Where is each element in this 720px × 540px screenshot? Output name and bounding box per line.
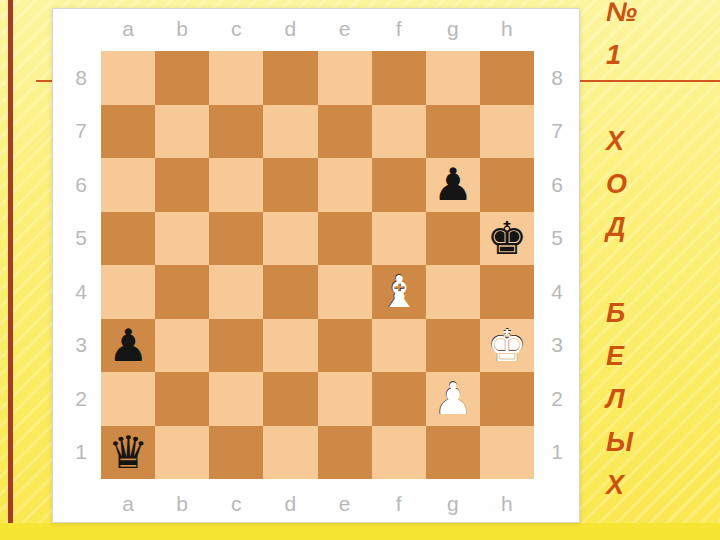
square-a4 bbox=[101, 265, 155, 319]
square-h3: ♚♔ bbox=[480, 319, 534, 373]
piece-white-bishop-f4: ♝♗ bbox=[379, 269, 419, 314]
square-f6 bbox=[372, 158, 426, 212]
square-a8 bbox=[101, 51, 155, 105]
file-label-bottom-d: d bbox=[285, 492, 297, 516]
caption-char-1: 1 bbox=[606, 34, 660, 77]
rank-label-right-5: 5 bbox=[551, 226, 563, 250]
square-g4 bbox=[426, 265, 480, 319]
square-f8 bbox=[372, 51, 426, 105]
caption-char-О: О bbox=[606, 163, 660, 206]
square-e2 bbox=[318, 372, 372, 426]
caption-gap bbox=[606, 249, 660, 292]
square-b2 bbox=[155, 372, 209, 426]
square-e6 bbox=[318, 158, 372, 212]
file-label-bottom-e: e bbox=[339, 492, 351, 516]
square-f5 bbox=[372, 212, 426, 266]
piece-fill: ♟ bbox=[433, 377, 472, 421]
square-d8 bbox=[263, 51, 317, 105]
rank-label-right-8: 8 bbox=[551, 66, 563, 90]
square-a1: ♛ bbox=[101, 426, 155, 480]
piece-black-queen-a1: ♛ bbox=[108, 430, 148, 475]
square-d2 bbox=[263, 372, 317, 426]
square-h7 bbox=[480, 105, 534, 159]
file-label-top-g: g bbox=[447, 17, 459, 41]
caption-char-Е: Е bbox=[606, 335, 660, 378]
square-a7 bbox=[101, 105, 155, 159]
caption-char-Ы: Ы bbox=[606, 421, 660, 464]
caption-char-Х: Х bbox=[606, 464, 660, 507]
file-label-top-h: h bbox=[501, 17, 513, 41]
caption-char-Х: Х bbox=[606, 120, 660, 163]
file-label-bottom-g: g bbox=[447, 492, 459, 516]
square-b1 bbox=[155, 426, 209, 480]
square-e7 bbox=[318, 105, 372, 159]
square-f2 bbox=[372, 372, 426, 426]
square-f7 bbox=[372, 105, 426, 159]
board-squares: ♟♚♝♗♟♚♔♟♙♛ bbox=[101, 51, 534, 479]
square-c1 bbox=[209, 426, 263, 480]
square-d6 bbox=[263, 158, 317, 212]
file-label-bottom-h: h bbox=[501, 492, 513, 516]
square-e5 bbox=[318, 212, 372, 266]
bottom-accent-band bbox=[0, 523, 720, 540]
square-g2: ♟♙ bbox=[426, 372, 480, 426]
square-c2 bbox=[209, 372, 263, 426]
rank-label-right-4: 4 bbox=[551, 280, 563, 304]
square-f3 bbox=[372, 319, 426, 373]
square-g1 bbox=[426, 426, 480, 480]
file-label-top-e: e bbox=[339, 17, 351, 41]
square-b8 bbox=[155, 51, 209, 105]
rank-label-right-3: 3 bbox=[551, 333, 563, 357]
piece-black-pawn-g6: ♟ bbox=[433, 162, 473, 207]
file-label-top-b: b bbox=[176, 17, 188, 41]
rank-label-left-2: 2 bbox=[75, 387, 87, 411]
square-f4: ♝♗ bbox=[372, 265, 426, 319]
file-label-bottom-f: f bbox=[396, 492, 402, 516]
piece-glyph: ♟ bbox=[433, 162, 473, 207]
piece-white-king-h3: ♚♔ bbox=[487, 323, 527, 368]
square-h8 bbox=[480, 51, 534, 105]
file-label-top-d: d bbox=[285, 17, 297, 41]
square-a5 bbox=[101, 212, 155, 266]
square-h5: ♚ bbox=[480, 212, 534, 266]
square-e8 bbox=[318, 51, 372, 105]
square-b3 bbox=[155, 319, 209, 373]
square-b7 bbox=[155, 105, 209, 159]
square-h4 bbox=[480, 265, 534, 319]
caption-char-Д: Д bbox=[606, 206, 660, 249]
square-c4 bbox=[209, 265, 263, 319]
square-b5 bbox=[155, 212, 209, 266]
rank-label-left-1: 1 bbox=[75, 440, 87, 464]
square-f1 bbox=[372, 426, 426, 480]
rank-label-right-6: 6 bbox=[551, 173, 563, 197]
square-g7 bbox=[426, 105, 480, 159]
file-label-bottom-c: c bbox=[231, 492, 242, 516]
chessboard: aabbccddeeffgghh8877665544332211 ♟♚♝♗♟♚♔… bbox=[52, 8, 580, 523]
slide-caption: №1 ХОД БЕЛЫХ bbox=[606, 0, 660, 507]
square-e3 bbox=[318, 319, 372, 373]
piece-white-pawn-g2: ♟♙ bbox=[433, 376, 473, 421]
square-c3 bbox=[209, 319, 263, 373]
square-c8 bbox=[209, 51, 263, 105]
square-c6 bbox=[209, 158, 263, 212]
caption-char-Б: Б bbox=[606, 292, 660, 335]
square-g8 bbox=[426, 51, 480, 105]
piece-black-pawn-a3: ♟ bbox=[108, 323, 148, 368]
square-h2 bbox=[480, 372, 534, 426]
rank-label-left-4: 4 bbox=[75, 280, 87, 304]
square-c5 bbox=[209, 212, 263, 266]
piece-black-king-h5: ♚ bbox=[487, 216, 527, 261]
square-g6: ♟ bbox=[426, 158, 480, 212]
slide: aabbccddeeffgghh8877665544332211 ♟♚♝♗♟♚♔… bbox=[0, 0, 720, 540]
file-label-top-f: f bbox=[396, 17, 402, 41]
left-accent-stripe bbox=[8, 0, 13, 540]
rank-label-left-7: 7 bbox=[75, 119, 87, 143]
rank-label-left-5: 5 bbox=[75, 226, 87, 250]
square-g5 bbox=[426, 212, 480, 266]
file-label-bottom-b: b bbox=[176, 492, 188, 516]
piece-glyph: ♟ bbox=[108, 323, 148, 368]
square-h6 bbox=[480, 158, 534, 212]
rank-label-left-8: 8 bbox=[75, 66, 87, 90]
file-label-top-c: c bbox=[231, 17, 242, 41]
square-d1 bbox=[263, 426, 317, 480]
square-d3 bbox=[263, 319, 317, 373]
rank-label-left-3: 3 bbox=[75, 333, 87, 357]
file-label-top-a: a bbox=[122, 17, 134, 41]
caption-gap bbox=[606, 77, 660, 120]
square-b4 bbox=[155, 265, 209, 319]
file-label-bottom-a: a bbox=[122, 492, 134, 516]
rank-label-right-1: 1 bbox=[551, 440, 563, 464]
square-h1 bbox=[480, 426, 534, 480]
caption-char-Л: Л bbox=[606, 378, 660, 421]
square-c7 bbox=[209, 105, 263, 159]
square-e1 bbox=[318, 426, 372, 480]
piece-fill: ♚ bbox=[487, 323, 526, 367]
square-d7 bbox=[263, 105, 317, 159]
square-d4 bbox=[263, 265, 317, 319]
rank-label-left-6: 6 bbox=[75, 173, 87, 197]
square-g3 bbox=[426, 319, 480, 373]
square-e4 bbox=[318, 265, 372, 319]
rank-label-right-2: 2 bbox=[551, 387, 563, 411]
rank-label-right-7: 7 bbox=[551, 119, 563, 143]
piece-fill: ♝ bbox=[379, 270, 418, 314]
square-a3: ♟ bbox=[101, 319, 155, 373]
piece-glyph: ♚ bbox=[487, 216, 527, 261]
square-d5 bbox=[263, 212, 317, 266]
square-b6 bbox=[155, 158, 209, 212]
square-a2 bbox=[101, 372, 155, 426]
piece-glyph: ♛ bbox=[108, 430, 148, 475]
square-a6 bbox=[101, 158, 155, 212]
caption-char-num: № bbox=[606, 0, 660, 34]
